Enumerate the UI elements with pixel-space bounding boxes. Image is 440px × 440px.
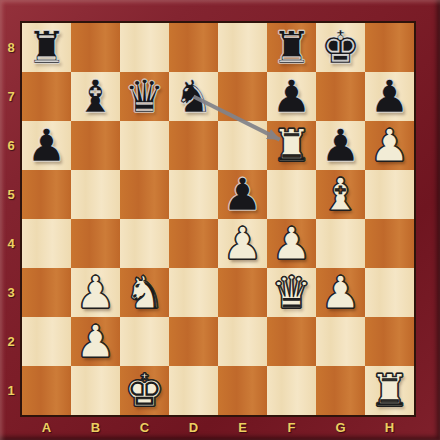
board-frame: 87654321 ♜♜♚♝♛♞♟♟♟♜♟♟♟♝♟♟♟♞♛♟♟♚♜ ABCDEFG… bbox=[0, 0, 440, 440]
square-g3[interactable]: ♟ bbox=[316, 268, 365, 317]
square-f5[interactable] bbox=[267, 170, 316, 219]
piece-white-pawn-f4[interactable]: ♟ bbox=[271, 219, 311, 268]
board[interactable]: ♜♜♚♝♛♞♟♟♟♜♟♟♟♝♟♟♟♞♛♟♟♚♜ bbox=[22, 23, 414, 415]
square-f2[interactable] bbox=[267, 317, 316, 366]
rank-label-2: 2 bbox=[0, 317, 22, 366]
file-label-b: B bbox=[71, 420, 120, 435]
file-label-a: A bbox=[22, 420, 71, 435]
square-b5[interactable] bbox=[71, 170, 120, 219]
piece-white-pawn-h6[interactable]: ♟ bbox=[369, 121, 409, 170]
rank-label-8: 8 bbox=[0, 23, 22, 72]
rank-label-4: 4 bbox=[0, 219, 22, 268]
piece-black-rook-a8[interactable]: ♜ bbox=[26, 23, 66, 72]
square-f4[interactable]: ♟ bbox=[267, 219, 316, 268]
square-b3[interactable]: ♟ bbox=[71, 268, 120, 317]
piece-white-bishop-g5[interactable]: ♝ bbox=[320, 170, 360, 219]
square-h6[interactable]: ♟ bbox=[365, 121, 414, 170]
rank-label-1: 1 bbox=[0, 366, 22, 415]
square-a3[interactable] bbox=[22, 268, 71, 317]
square-h5[interactable] bbox=[365, 170, 414, 219]
piece-white-pawn-g3[interactable]: ♟ bbox=[320, 268, 360, 317]
square-g7[interactable] bbox=[316, 72, 365, 121]
piece-white-rook-h1[interactable]: ♜ bbox=[369, 366, 409, 415]
square-d5[interactable] bbox=[169, 170, 218, 219]
square-c6[interactable] bbox=[120, 121, 169, 170]
piece-black-pawn-f7[interactable]: ♟ bbox=[271, 72, 311, 121]
piece-white-rook-f6[interactable]: ♜ bbox=[271, 121, 311, 170]
square-b4[interactable] bbox=[71, 219, 120, 268]
rank-label-7: 7 bbox=[0, 72, 22, 121]
rank-label-3: 3 bbox=[0, 268, 22, 317]
rank-label-6: 6 bbox=[0, 121, 22, 170]
square-c3[interactable]: ♞ bbox=[120, 268, 169, 317]
rank-label-5: 5 bbox=[0, 170, 22, 219]
piece-black-king-g8[interactable]: ♚ bbox=[320, 23, 360, 72]
square-f7[interactable]: ♟ bbox=[267, 72, 316, 121]
piece-white-pawn-e4[interactable]: ♟ bbox=[222, 219, 262, 268]
square-a1[interactable] bbox=[22, 366, 71, 415]
piece-black-queen-c7[interactable]: ♛ bbox=[124, 72, 164, 121]
square-c8[interactable] bbox=[120, 23, 169, 72]
square-b1[interactable] bbox=[71, 366, 120, 415]
file-label-d: D bbox=[169, 420, 218, 435]
square-e3[interactable] bbox=[218, 268, 267, 317]
square-c5[interactable] bbox=[120, 170, 169, 219]
square-h2[interactable] bbox=[365, 317, 414, 366]
square-d6[interactable] bbox=[169, 121, 218, 170]
square-h4[interactable] bbox=[365, 219, 414, 268]
square-e7[interactable] bbox=[218, 72, 267, 121]
piece-black-pawn-g6[interactable]: ♟ bbox=[320, 121, 360, 170]
square-g8[interactable]: ♚ bbox=[316, 23, 365, 72]
square-g1[interactable] bbox=[316, 366, 365, 415]
file-labels: ABCDEFGH bbox=[22, 414, 414, 440]
file-label-e: E bbox=[218, 420, 267, 435]
square-e8[interactable] bbox=[218, 23, 267, 72]
square-g5[interactable]: ♝ bbox=[316, 170, 365, 219]
file-label-f: F bbox=[267, 420, 316, 435]
square-e6[interactable] bbox=[218, 121, 267, 170]
piece-black-bishop-b7[interactable]: ♝ bbox=[75, 72, 115, 121]
square-f6[interactable]: ♜ bbox=[267, 121, 316, 170]
square-a6[interactable]: ♟ bbox=[22, 121, 71, 170]
file-label-c: C bbox=[120, 420, 169, 435]
piece-black-pawn-h7[interactable]: ♟ bbox=[369, 72, 409, 121]
piece-black-pawn-a6[interactable]: ♟ bbox=[26, 121, 66, 170]
square-g2[interactable] bbox=[316, 317, 365, 366]
piece-black-knight-d7[interactable]: ♞ bbox=[173, 72, 213, 121]
square-h7[interactable]: ♟ bbox=[365, 72, 414, 121]
square-a5[interactable] bbox=[22, 170, 71, 219]
piece-white-pawn-b3[interactable]: ♟ bbox=[75, 268, 115, 317]
square-d3[interactable] bbox=[169, 268, 218, 317]
square-f1[interactable] bbox=[267, 366, 316, 415]
square-e2[interactable] bbox=[218, 317, 267, 366]
square-g6[interactable]: ♟ bbox=[316, 121, 365, 170]
piece-black-pawn-e5[interactable]: ♟ bbox=[222, 170, 262, 219]
piece-white-knight-c3[interactable]: ♞ bbox=[124, 268, 164, 317]
square-c1[interactable]: ♚ bbox=[120, 366, 169, 415]
square-f8[interactable]: ♜ bbox=[267, 23, 316, 72]
square-e1[interactable] bbox=[218, 366, 267, 415]
square-a8[interactable]: ♜ bbox=[22, 23, 71, 72]
piece-white-queen-f3[interactable]: ♛ bbox=[271, 268, 311, 317]
square-d4[interactable] bbox=[169, 219, 218, 268]
square-h1[interactable]: ♜ bbox=[365, 366, 414, 415]
piece-white-pawn-b2[interactable]: ♟ bbox=[75, 317, 115, 366]
square-h3[interactable] bbox=[365, 268, 414, 317]
rank-labels: 87654321 bbox=[0, 23, 22, 415]
square-b8[interactable] bbox=[71, 23, 120, 72]
square-c4[interactable] bbox=[120, 219, 169, 268]
piece-white-king-c1[interactable]: ♚ bbox=[124, 366, 164, 415]
square-f3[interactable]: ♛ bbox=[267, 268, 316, 317]
square-c7[interactable]: ♛ bbox=[120, 72, 169, 121]
square-d1[interactable] bbox=[169, 366, 218, 415]
square-d7[interactable]: ♞ bbox=[169, 72, 218, 121]
square-b2[interactable]: ♟ bbox=[71, 317, 120, 366]
square-g4[interactable] bbox=[316, 219, 365, 268]
square-a2[interactable] bbox=[22, 317, 71, 366]
square-e4[interactable]: ♟ bbox=[218, 219, 267, 268]
square-d2[interactable] bbox=[169, 317, 218, 366]
file-label-h: H bbox=[365, 420, 414, 435]
square-a7[interactable] bbox=[22, 72, 71, 121]
piece-black-rook-f8[interactable]: ♜ bbox=[271, 23, 311, 72]
square-b7[interactable]: ♝ bbox=[71, 72, 120, 121]
square-b6[interactable] bbox=[71, 121, 120, 170]
file-label-g: G bbox=[316, 420, 365, 435]
square-c2[interactable] bbox=[120, 317, 169, 366]
square-a4[interactable] bbox=[22, 219, 71, 268]
square-e5[interactable]: ♟ bbox=[218, 170, 267, 219]
square-h8[interactable] bbox=[365, 23, 414, 72]
square-d8[interactable] bbox=[169, 23, 218, 72]
